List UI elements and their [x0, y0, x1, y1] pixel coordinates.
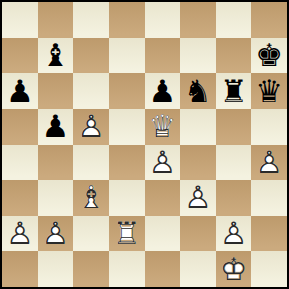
square-g2[interactable]: ♟♙ [216, 216, 252, 252]
square-a2[interactable]: ♟♙ [2, 216, 38, 252]
square-a1[interactable] [2, 251, 38, 287]
black-knight-piece[interactable]: ♞ [180, 73, 216, 109]
square-a3[interactable] [2, 180, 38, 216]
square-f8[interactable] [180, 2, 216, 38]
square-g8[interactable] [216, 2, 252, 38]
white-pawn-icon: ♙ [184, 180, 212, 215]
square-a8[interactable] [2, 2, 38, 38]
square-d8[interactable] [109, 2, 145, 38]
square-d5[interactable] [109, 109, 145, 145]
square-d4[interactable] [109, 145, 145, 181]
square-c4[interactable] [73, 145, 109, 181]
white-pawn-piece[interactable]: ♟♙ [145, 145, 181, 181]
white-pawn-piece[interactable]: ♟♙ [73, 109, 109, 145]
square-c1[interactable] [73, 251, 109, 287]
black-king-piece[interactable]: ♚ [251, 38, 287, 74]
square-c8[interactable] [73, 2, 109, 38]
white-bishop-piece[interactable]: ♝♗ [73, 180, 109, 216]
white-pawn-icon: ♙ [42, 216, 70, 251]
square-f4[interactable] [180, 145, 216, 181]
square-f1[interactable] [180, 251, 216, 287]
white-queen-icon: ♕ [148, 109, 176, 144]
square-g3[interactable] [216, 180, 252, 216]
square-d7[interactable] [109, 38, 145, 74]
square-h1[interactable] [251, 251, 287, 287]
square-e1[interactable] [145, 251, 181, 287]
square-f7[interactable] [180, 38, 216, 74]
square-g1[interactable]: ♚♔ [216, 251, 252, 287]
chess-board: ♝♚♟♟♞♜♛♟♟♙♛♕♟♙♟♙♝♗♟♙♟♙♟♙♜♖♟♙♚♔ [0, 0, 289, 289]
square-a7[interactable] [2, 38, 38, 74]
square-g7[interactable] [216, 38, 252, 74]
white-pawn-piece[interactable]: ♟♙ [38, 216, 74, 252]
black-rook-piece[interactable]: ♜ [216, 73, 252, 109]
white-pawn-piece[interactable]: ♟♙ [180, 180, 216, 216]
white-pawn-icon: ♙ [220, 216, 248, 251]
white-pawn-piece[interactable]: ♟♙ [2, 216, 38, 252]
square-a5[interactable] [2, 109, 38, 145]
square-c6[interactable] [73, 73, 109, 109]
black-queen-piece[interactable]: ♛ [251, 73, 287, 109]
square-d3[interactable] [109, 180, 145, 216]
white-pawn-piece[interactable]: ♟♙ [216, 216, 252, 252]
white-pawn-icon: ♙ [6, 216, 34, 251]
black-bishop-piece[interactable]: ♝ [38, 38, 74, 74]
black-pawn-piece[interactable]: ♟ [38, 109, 74, 145]
square-c2[interactable] [73, 216, 109, 252]
square-d1[interactable] [109, 251, 145, 287]
square-h3[interactable] [251, 180, 287, 216]
black-pawn-piece[interactable]: ♟ [145, 73, 181, 109]
square-b5[interactable]: ♟ [38, 109, 74, 145]
black-pawn-piece[interactable]: ♟ [2, 73, 38, 109]
white-king-piece[interactable]: ♚♔ [216, 251, 252, 287]
square-h2[interactable] [251, 216, 287, 252]
square-e2[interactable] [145, 216, 181, 252]
white-pawn-icon: ♙ [148, 145, 176, 180]
square-b7[interactable]: ♝ [38, 38, 74, 74]
square-h8[interactable] [251, 2, 287, 38]
white-pawn-icon: ♙ [255, 145, 283, 180]
white-bishop-icon: ♗ [77, 180, 105, 215]
white-rook-icon: ♖ [113, 216, 141, 251]
square-f3[interactable]: ♟♙ [180, 180, 216, 216]
square-h7[interactable]: ♚ [251, 38, 287, 74]
square-b8[interactable] [38, 2, 74, 38]
square-d6[interactable] [109, 73, 145, 109]
square-c5[interactable]: ♟♙ [73, 109, 109, 145]
white-pawn-icon: ♙ [77, 109, 105, 144]
square-b6[interactable] [38, 73, 74, 109]
square-b3[interactable] [38, 180, 74, 216]
square-c7[interactable] [73, 38, 109, 74]
square-e6[interactable]: ♟ [145, 73, 181, 109]
white-king-icon: ♔ [220, 252, 248, 287]
square-a6[interactable]: ♟ [2, 73, 38, 109]
square-e8[interactable] [145, 2, 181, 38]
square-c3[interactable]: ♝♗ [73, 180, 109, 216]
square-b1[interactable] [38, 251, 74, 287]
square-g5[interactable] [216, 109, 252, 145]
square-h6[interactable]: ♛ [251, 73, 287, 109]
white-queen-piece[interactable]: ♛♕ [145, 109, 181, 145]
square-e5[interactable]: ♛♕ [145, 109, 181, 145]
white-rook-piece[interactable]: ♜♖ [109, 216, 145, 252]
square-b4[interactable] [38, 145, 74, 181]
square-h4[interactable]: ♟♙ [251, 145, 287, 181]
square-h5[interactable] [251, 109, 287, 145]
square-f6[interactable]: ♞ [180, 73, 216, 109]
square-f5[interactable] [180, 109, 216, 145]
square-f2[interactable] [180, 216, 216, 252]
square-e7[interactable] [145, 38, 181, 74]
square-g4[interactable] [216, 145, 252, 181]
square-e3[interactable] [145, 180, 181, 216]
white-pawn-piece[interactable]: ♟♙ [251, 145, 287, 181]
square-a4[interactable] [2, 145, 38, 181]
square-d2[interactable]: ♜♖ [109, 216, 145, 252]
square-g6[interactable]: ♜ [216, 73, 252, 109]
square-b2[interactable]: ♟♙ [38, 216, 74, 252]
square-e4[interactable]: ♟♙ [145, 145, 181, 181]
